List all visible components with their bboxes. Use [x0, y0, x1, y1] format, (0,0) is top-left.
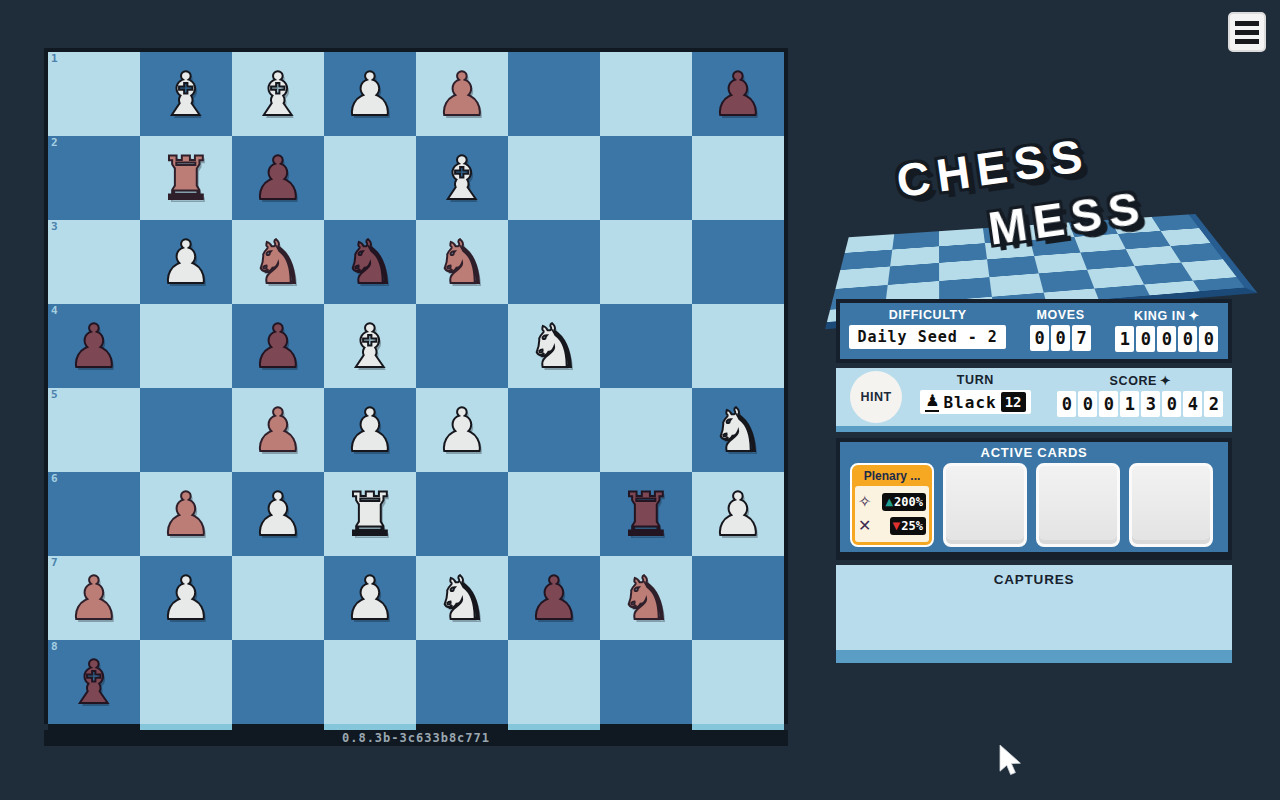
white-knight: ♞	[435, 556, 489, 640]
king-in-label-text: KING IN	[1134, 309, 1185, 323]
red-pawn: ♟	[435, 52, 489, 136]
down-triangle-icon: ▼	[893, 521, 901, 531]
white-knight: ♞	[711, 388, 765, 472]
board-cell-r4-c2[interactable]	[140, 304, 232, 388]
board-edge-cell	[416, 724, 508, 730]
up-triangle-icon: ▲	[885, 497, 893, 507]
board-cell-r7-c4[interactable]: ♟	[324, 556, 416, 640]
score-label-text: SCORE	[1110, 374, 1157, 388]
difficulty-group: DIFFICULTY Daily Seed - 2	[840, 303, 1015, 359]
board-cell-r6-c3[interactable]: ♟	[232, 472, 324, 556]
dark-red-pawn: ♟	[711, 52, 765, 136]
digit-box: 0	[1030, 325, 1049, 351]
dark-red-pawn: ♟	[527, 556, 581, 640]
moves-group: MOVES 007	[1015, 303, 1105, 359]
board-cell-r4-c8[interactable]	[692, 304, 784, 388]
white-knight: ♞	[527, 304, 581, 388]
board-cell-r7-c8[interactable]	[692, 556, 784, 640]
digit-box: 1	[1115, 326, 1134, 352]
white-pawn: ♟	[343, 388, 397, 472]
digit-box: 0	[1051, 325, 1070, 351]
board-cell-r5-c6[interactable]	[508, 388, 600, 472]
white-pawn: ♟	[343, 556, 397, 640]
board-cell-r3-c7[interactable]	[600, 220, 692, 304]
board-cell-r8-c8[interactable]	[692, 640, 784, 724]
white-pawn: ♟	[251, 472, 305, 556]
digit-box: 0	[1057, 391, 1076, 417]
board-cell-r3-c4[interactable]: ♞	[324, 220, 416, 304]
board-cell-r4-c1[interactable]: 4♟	[48, 304, 140, 388]
board-edge-cell	[140, 724, 232, 730]
card-plenary[interactable]: Plenary ... ✧ ▲ 200% ✕ ▼ 25%	[850, 463, 934, 547]
board-cell-r1-c8[interactable]: ♟	[692, 52, 784, 136]
red-pawn: ♟	[67, 556, 121, 640]
turn-count-badge: 12	[1001, 392, 1026, 412]
turn-label: TURN	[957, 373, 994, 387]
black-pawn-icon: ♟	[925, 392, 939, 412]
white-rook: ♜	[343, 472, 397, 556]
board-cell-r1-c1[interactable]: 1	[48, 52, 140, 136]
board-cell-r3-c5[interactable]: ♞	[416, 220, 508, 304]
white-pawn: ♟	[711, 472, 765, 556]
board-cell-r8-c6[interactable]	[508, 640, 600, 724]
row-label: 1	[51, 53, 58, 65]
board-cell-r6-c4[interactable]: ♜	[324, 472, 416, 556]
card-slot-empty	[1129, 463, 1213, 547]
board-cell-r8-c2[interactable]	[140, 640, 232, 724]
board-cell-r7-c1[interactable]: 7♟	[48, 556, 140, 640]
card-slots: Plenary ... ✧ ▲ 200% ✕ ▼ 25%	[840, 460, 1228, 547]
board-edge-cell	[48, 724, 140, 730]
digit-box: 0	[1178, 326, 1197, 352]
board-cell-r6-c5[interactable]	[416, 472, 508, 556]
board-edge-cell	[600, 724, 692, 730]
game-logo: CHESS MESS	[836, 135, 1232, 300]
red-knight: ♞	[251, 220, 305, 304]
turn-indicator: ♟ Black 12	[920, 390, 1030, 414]
row-label: 6	[51, 473, 58, 485]
sparkle-icon: ✦	[1160, 373, 1171, 388]
board-cell-r2-c4[interactable]	[324, 136, 416, 220]
captures-title: CAPTURES	[836, 572, 1232, 587]
board-cell-r2-c2[interactable]: ♜	[140, 136, 232, 220]
digit-box: 0	[1199, 326, 1218, 352]
red-knight: ♞	[619, 556, 673, 640]
active-cards-panel: ACTIVE CARDS Plenary ... ✧ ▲ 200% ✕ ▼ 25…	[836, 438, 1232, 560]
mouse-cursor-icon	[998, 744, 1024, 782]
board-cell-r8-c7[interactable]	[600, 640, 692, 724]
board-cell-r3-c8[interactable]	[692, 220, 784, 304]
row-label: 7	[51, 557, 58, 569]
version-text: 0.8.3b-3c633b8c771	[342, 731, 490, 745]
board-cell-r5-c5[interactable]: ♟	[416, 388, 508, 472]
white-pawn: ♟	[159, 556, 213, 640]
stats-bar: DIFFICULTY Daily Seed - 2 MOVES 007 KING…	[836, 299, 1232, 363]
difficulty-value: Daily Seed - 2	[849, 325, 1005, 349]
board-cell-r5-c3[interactable]: ♟	[232, 388, 324, 472]
score-counter: 00013042	[1057, 391, 1223, 417]
red-rook: ♜	[159, 136, 213, 220]
score-group: SCORE ✦ 00013042	[1049, 368, 1232, 426]
digit-box: 0	[1157, 326, 1176, 352]
effect-value: 200%	[894, 495, 923, 509]
board-cell-r6-c6[interactable]	[508, 472, 600, 556]
board-cell-r8-c4[interactable]	[324, 640, 416, 724]
board-cell-r1-c2[interactable]: ♝	[140, 52, 232, 136]
white-bishop: ♝	[343, 304, 397, 388]
row-label: 5	[51, 389, 58, 401]
board-cell-r4-c6[interactable]: ♞	[508, 304, 600, 388]
effect-pill-up: ▲ 200%	[882, 493, 926, 511]
board-cell-r7-c5[interactable]: ♞	[416, 556, 508, 640]
red-pawn: ♟	[251, 388, 305, 472]
red-pawn: ♟	[159, 472, 213, 556]
board-grid: 1♝♝♟♟♟2♜♟♝3♟♞♞♞4♟♟♝♞5♟♟♟♞6♟♟♜♜♟7♟♟♟♞♟♞8♝	[44, 48, 788, 724]
board-cell-r2-c1[interactable]: 2	[48, 136, 140, 220]
board-cell-r3-c1[interactable]: 3	[48, 220, 140, 304]
board-cell-r3-c6[interactable]	[508, 220, 600, 304]
board-cell-r1-c4[interactable]: ♟	[324, 52, 416, 136]
row-label: 4	[51, 305, 58, 317]
white-bishop: ♝	[251, 52, 305, 136]
board-cell-r5-c2[interactable]	[140, 388, 232, 472]
board-cell-r6-c7[interactable]: ♜	[600, 472, 692, 556]
board-cell-r5-c1[interactable]: 5	[48, 388, 140, 472]
board-cell-r8-c5[interactable]	[416, 640, 508, 724]
score-label: SCORE ✦	[1110, 373, 1172, 388]
digit-box: 1	[1120, 391, 1139, 417]
hamburger-icon	[1235, 39, 1259, 44]
card-body: ✧ ▲ 200% ✕ ▼ 25%	[855, 486, 929, 542]
moves-label: MOVES	[1036, 308, 1084, 322]
board-cell-r7-c6[interactable]: ♟	[508, 556, 600, 640]
turn-value: Black	[943, 393, 996, 412]
dark-red-pawn: ♟	[251, 136, 305, 220]
card-slot-empty	[943, 463, 1027, 547]
dark-red-pawn: ♟	[251, 304, 305, 388]
digit-box: 2	[1204, 391, 1223, 417]
white-pawn: ♟	[159, 220, 213, 304]
white-pawn: ♟	[435, 388, 489, 472]
board-cell-r4-c3[interactable]: ♟	[232, 304, 324, 388]
board-cell-r6-c1[interactable]: 6	[48, 472, 140, 556]
digit-box: 0	[1099, 391, 1118, 417]
difficulty-label: DIFFICULTY	[889, 308, 967, 322]
board-cell-r2-c5[interactable]: ♝	[416, 136, 508, 220]
sparkle-icon: ✦	[1189, 308, 1200, 323]
board-cell-r3-c2[interactable]: ♟	[140, 220, 232, 304]
turn-score-panel: HINT TURN ♟ Black 12 SCORE ✦ 00013042	[836, 368, 1232, 432]
hamburger-icon	[1235, 30, 1259, 35]
king-in-counter: 10000	[1115, 326, 1218, 352]
captures-panel: CAPTURES	[836, 565, 1232, 663]
board-cell-r7-c2[interactable]: ♟	[140, 556, 232, 640]
digit-box: 3	[1141, 391, 1160, 417]
board-cell-r1-c6[interactable]	[508, 52, 600, 136]
board-cell-r5-c7[interactable]	[600, 388, 692, 472]
board-cell-r3-c3[interactable]: ♞	[232, 220, 324, 304]
dark-red-knight: ♞	[343, 220, 397, 304]
white-pawn: ♟	[343, 52, 397, 136]
board-cell-r2-c8[interactable]	[692, 136, 784, 220]
board-cell-r1-c3[interactable]: ♝	[232, 52, 324, 136]
card-title: Plenary ...	[852, 465, 932, 486]
board-cell-r6-c8[interactable]: ♟	[692, 472, 784, 556]
board-edge-cell	[232, 724, 324, 730]
hamburger-icon	[1235, 21, 1259, 26]
active-cards-title: ACTIVE CARDS	[840, 445, 1228, 460]
board-edge-cell	[324, 724, 416, 730]
board-edge	[48, 724, 784, 730]
moves-counter: 007	[1030, 325, 1091, 351]
board-cell-r4-c7[interactable]	[600, 304, 692, 388]
dark-red-bishop: ♝	[67, 640, 121, 724]
board-cell-r7-c7[interactable]: ♞	[600, 556, 692, 640]
king-in-group: KING IN ✦ 10000	[1106, 303, 1228, 359]
row-label: 2	[51, 137, 58, 149]
board-edge-cell	[508, 724, 600, 730]
digit-box: 0	[1078, 391, 1097, 417]
dark-red-rook: ♜	[619, 472, 673, 556]
red-knight: ♞	[435, 220, 489, 304]
digit-box: 4	[1183, 391, 1202, 417]
digit-box: 7	[1072, 325, 1091, 351]
board-edge-cell	[692, 724, 784, 730]
row-label: 3	[51, 221, 58, 233]
effect-pill-down: ▼ 25%	[890, 517, 926, 535]
menu-button[interactable]	[1228, 12, 1266, 52]
board-cell-r8-c1[interactable]: 8♝	[48, 640, 140, 724]
effect-value: 25%	[901, 519, 923, 533]
board-cell-r2-c6[interactable]	[508, 136, 600, 220]
digit-box: 0	[1136, 326, 1155, 352]
board-cell-r4-c4[interactable]: ♝	[324, 304, 416, 388]
dark-red-pawn: ♟	[67, 304, 121, 388]
board-cell-r5-c4[interactable]: ♟	[324, 388, 416, 472]
board-cell-r6-c2[interactable]: ♟	[140, 472, 232, 556]
board-bottom-bar: 0.8.3b-3c633b8c771	[44, 730, 788, 746]
board-cell-r5-c8[interactable]: ♞	[692, 388, 784, 472]
board-cell-r7-c3[interactable]	[232, 556, 324, 640]
board-cell-r1-c7[interactable]	[600, 52, 692, 136]
chess-board: 1♝♝♟♟♟2♜♟♝3♟♞♞♞4♟♟♝♞5♟♟♟♞6♟♟♜♜♟7♟♟♟♞♟♞8♝…	[44, 48, 788, 746]
row-label: 8	[51, 641, 58, 653]
turn-group: TURN ♟ Black 12	[902, 368, 1049, 426]
king-in-label: KING IN ✦	[1134, 308, 1200, 323]
white-bishop: ♝	[159, 52, 213, 136]
board-cell-r4-c5[interactable]	[416, 304, 508, 388]
sparkle-icon: ✧	[858, 494, 871, 510]
board-cell-r2-c3[interactable]: ♟	[232, 136, 324, 220]
hint-button[interactable]: HINT	[850, 371, 902, 423]
card-slot-empty	[1036, 463, 1120, 547]
x-icon: ✕	[858, 518, 871, 534]
board-cell-r2-c7[interactable]	[600, 136, 692, 220]
card-effect-row: ✕ ▼ 25%	[858, 517, 926, 535]
board-cell-r8-c3[interactable]	[232, 640, 324, 724]
card-effect-row: ✧ ▲ 200%	[858, 493, 926, 511]
board-cell-r1-c5[interactable]: ♟	[416, 52, 508, 136]
digit-box: 0	[1162, 391, 1181, 417]
white-bishop: ♝	[435, 136, 489, 220]
